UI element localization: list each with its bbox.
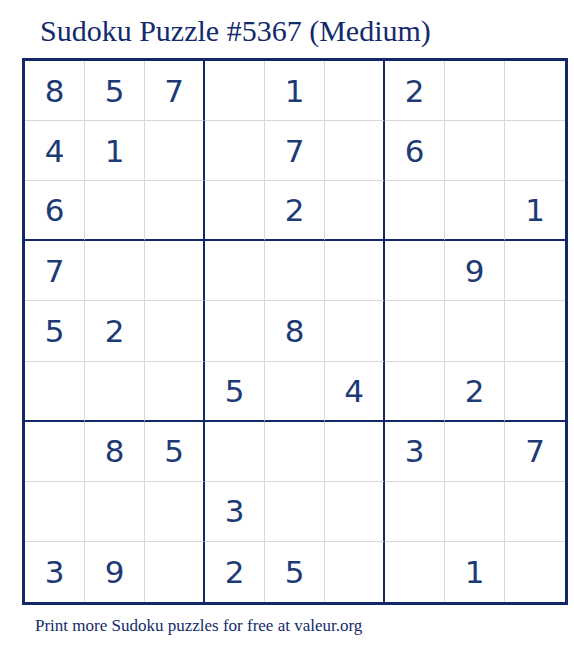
sudoku-cell-r2c8 <box>445 121 505 181</box>
sudoku-cell-r7c1 <box>25 422 85 482</box>
sudoku-cell-r8c8 <box>445 482 505 542</box>
sudoku-cell-r9c6 <box>325 542 385 602</box>
sudoku-cell-r4c5 <box>265 241 325 301</box>
sudoku-cell-r5c7 <box>385 301 445 361</box>
sudoku-cell-r4c9 <box>505 241 565 301</box>
sudoku-cell-r2c9 <box>505 121 565 181</box>
page-title: Sudoku Puzzle #5367 (Medium) <box>40 13 431 49</box>
sudoku-cell-r3c2 <box>85 181 145 241</box>
sudoku-cell-r4c4 <box>205 241 265 301</box>
sudoku-cell-r5c2: 2 <box>85 301 145 361</box>
sudoku-cell-r3c4 <box>205 181 265 241</box>
sudoku-cell-r5c8 <box>445 301 505 361</box>
sudoku-cell-r9c1: 3 <box>25 542 85 602</box>
sudoku-cell-r9c9 <box>505 542 565 602</box>
sudoku-cell-r9c5: 5 <box>265 542 325 602</box>
sudoku-cell-r2c7: 6 <box>385 121 445 181</box>
sudoku-cell-r7c8 <box>445 422 505 482</box>
sudoku-cell-r8c1 <box>25 482 85 542</box>
footer-text: Print more Sudoku puzzles for free at va… <box>35 616 362 636</box>
sudoku-cell-r6c3 <box>145 362 205 422</box>
sudoku-cell-r3c9: 1 <box>505 181 565 241</box>
sudoku-grid: 857124176621795285428537339251 <box>22 58 568 605</box>
sudoku-cell-r7c6 <box>325 422 385 482</box>
sudoku-cell-r5c9 <box>505 301 565 361</box>
sudoku-cell-r7c9: 7 <box>505 422 565 482</box>
sudoku-cell-r4c3 <box>145 241 205 301</box>
sudoku-cell-r1c6 <box>325 61 385 121</box>
sudoku-cell-r2c3 <box>145 121 205 181</box>
sudoku-cell-r4c8: 9 <box>445 241 505 301</box>
sudoku-cell-r9c2: 9 <box>85 542 145 602</box>
sudoku-cell-r5c4 <box>205 301 265 361</box>
sudoku-cell-r6c5 <box>265 362 325 422</box>
sudoku-cell-r6c4: 5 <box>205 362 265 422</box>
sudoku-cell-r8c7 <box>385 482 445 542</box>
sudoku-cell-r2c6 <box>325 121 385 181</box>
sudoku-cell-r6c6: 4 <box>325 362 385 422</box>
sudoku-cell-r8c5 <box>265 482 325 542</box>
sudoku-cell-r7c2: 8 <box>85 422 145 482</box>
sudoku-cell-r6c8: 2 <box>445 362 505 422</box>
sudoku-cell-r7c5 <box>265 422 325 482</box>
sudoku-cell-r3c1: 6 <box>25 181 85 241</box>
sudoku-cell-r4c7 <box>385 241 445 301</box>
sudoku-cell-r8c6 <box>325 482 385 542</box>
sudoku-cell-r2c4 <box>205 121 265 181</box>
sudoku-cell-r3c3 <box>145 181 205 241</box>
sudoku-cell-r5c5: 8 <box>265 301 325 361</box>
sudoku-cell-r8c9 <box>505 482 565 542</box>
sudoku-cell-r3c6 <box>325 181 385 241</box>
sudoku-cell-r1c9 <box>505 61 565 121</box>
sudoku-cell-r1c8 <box>445 61 505 121</box>
sudoku-cell-r2c2: 1 <box>85 121 145 181</box>
sudoku-cell-r5c1: 5 <box>25 301 85 361</box>
sudoku-cell-r4c2 <box>85 241 145 301</box>
sudoku-cell-r8c4: 3 <box>205 482 265 542</box>
sudoku-cell-r6c2 <box>85 362 145 422</box>
sudoku-cell-r9c7 <box>385 542 445 602</box>
sudoku-cell-r5c6 <box>325 301 385 361</box>
sudoku-cell-r7c3: 5 <box>145 422 205 482</box>
sudoku-cell-r7c4 <box>205 422 265 482</box>
sudoku-cell-r5c3 <box>145 301 205 361</box>
sudoku-cell-r6c9 <box>505 362 565 422</box>
sudoku-cell-r9c3 <box>145 542 205 602</box>
sudoku-cell-r3c7 <box>385 181 445 241</box>
sudoku-cell-r1c5: 1 <box>265 61 325 121</box>
sudoku-cell-r6c1 <box>25 362 85 422</box>
sudoku-cell-r3c5: 2 <box>265 181 325 241</box>
sudoku-cell-r1c3: 7 <box>145 61 205 121</box>
sudoku-cell-r1c4 <box>205 61 265 121</box>
sudoku-cell-r9c8: 1 <box>445 542 505 602</box>
sudoku-cell-r8c3 <box>145 482 205 542</box>
sudoku-cell-r1c2: 5 <box>85 61 145 121</box>
sudoku-cell-r8c2 <box>85 482 145 542</box>
sudoku-cell-r1c1: 8 <box>25 61 85 121</box>
sudoku-cell-r6c7 <box>385 362 445 422</box>
sudoku-cell-r4c6 <box>325 241 385 301</box>
sudoku-cell-r9c4: 2 <box>205 542 265 602</box>
sudoku-cell-r2c1: 4 <box>25 121 85 181</box>
sudoku-cell-r2c5: 7 <box>265 121 325 181</box>
sudoku-cell-r3c8 <box>445 181 505 241</box>
sudoku-cell-r4c1: 7 <box>25 241 85 301</box>
sudoku-cell-r7c7: 3 <box>385 422 445 482</box>
sudoku-cell-r1c7: 2 <box>385 61 445 121</box>
